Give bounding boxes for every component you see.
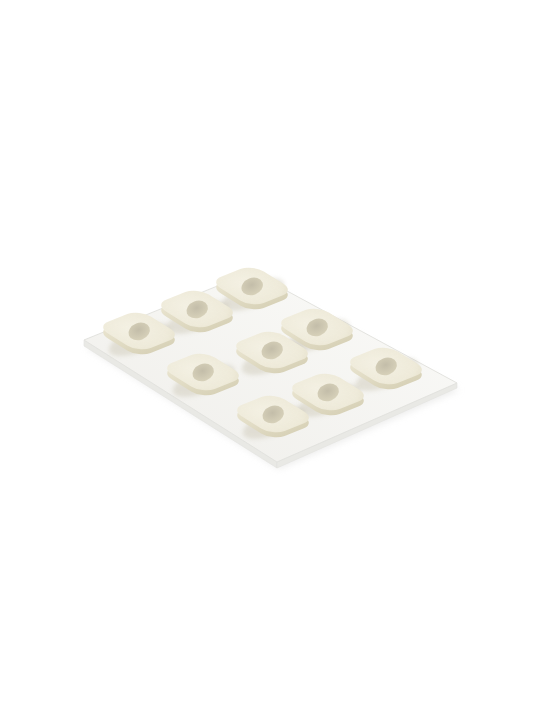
page-background: { "scene": { "description": "Nine cream-… [0, 0, 540, 720]
product-photo [0, 0, 540, 720]
felt-ring-pads-scene [0, 0, 540, 720]
